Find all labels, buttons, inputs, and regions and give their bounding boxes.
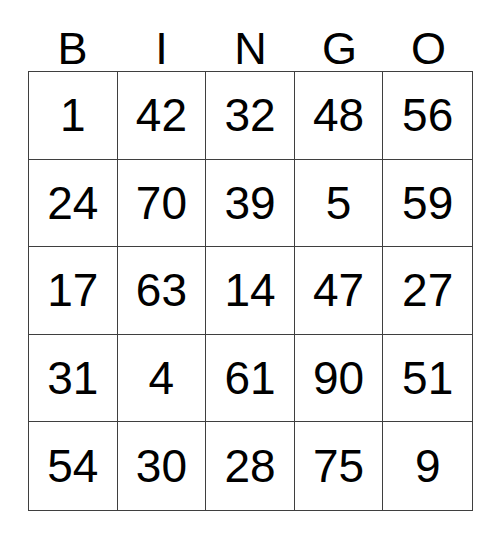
bingo-card: B I N G O 1 42 32 48 56 24 70 39 5 59 17… [28, 0, 473, 511]
bingo-cell-r2c2[interactable]: 70 [118, 160, 207, 248]
bingo-cell-r3c4[interactable]: 47 [295, 247, 384, 335]
header-letter-i: I [117, 0, 206, 71]
bingo-grid: 1 42 32 48 56 24 70 39 5 59 17 63 14 47 … [28, 71, 473, 511]
bingo-cell-r1c2[interactable]: 42 [118, 72, 207, 160]
bingo-cell-r5c5[interactable]: 9 [383, 422, 472, 510]
bingo-cell-r5c4[interactable]: 75 [295, 422, 384, 510]
bingo-cell-r2c5[interactable]: 59 [383, 160, 472, 248]
bingo-cell-r4c5[interactable]: 51 [383, 335, 472, 423]
bingo-header: B I N G O [28, 0, 473, 71]
bingo-cell-r3c5[interactable]: 27 [383, 247, 472, 335]
bingo-cell-r2c4[interactable]: 5 [295, 160, 384, 248]
bingo-cell-r1c1[interactable]: 1 [29, 72, 118, 160]
header-letter-o: O [384, 0, 473, 71]
bingo-cell-r5c2[interactable]: 30 [118, 422, 207, 510]
bingo-cell-r3c1[interactable]: 17 [29, 247, 118, 335]
bingo-cell-r2c1[interactable]: 24 [29, 160, 118, 248]
header-letter-n: N [206, 0, 295, 71]
bingo-cell-r4c2[interactable]: 4 [118, 335, 207, 423]
header-letter-g: G [295, 0, 384, 71]
bingo-cell-r1c3[interactable]: 32 [206, 72, 295, 160]
bingo-cell-r5c3[interactable]: 28 [206, 422, 295, 510]
bingo-cell-r4c4[interactable]: 90 [295, 335, 384, 423]
bingo-cell-r5c1[interactable]: 54 [29, 422, 118, 510]
bingo-cell-r1c5[interactable]: 56 [383, 72, 472, 160]
bingo-cell-r3c2[interactable]: 63 [118, 247, 207, 335]
bingo-cell-r4c1[interactable]: 31 [29, 335, 118, 423]
header-letter-b: B [28, 0, 117, 71]
bingo-cell-r1c4[interactable]: 48 [295, 72, 384, 160]
bingo-cell-r2c3[interactable]: 39 [206, 160, 295, 248]
bingo-cell-r4c3[interactable]: 61 [206, 335, 295, 423]
bingo-cell-r3c3[interactable]: 14 [206, 247, 295, 335]
